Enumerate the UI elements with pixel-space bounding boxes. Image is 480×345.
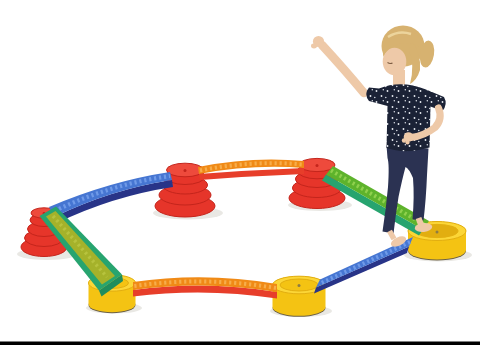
yellow-stepping-stone-bottom-center <box>273 276 326 317</box>
product-photo-canvas <box>0 0 480 345</box>
balance-course-photo <box>0 0 480 345</box>
cone-top-hole <box>184 169 187 172</box>
stone-top-hole <box>298 284 301 287</box>
child-left-ankle <box>390 231 395 239</box>
bottom-frame-bar <box>0 342 480 345</box>
stone-top-hole <box>436 231 439 234</box>
child-face <box>383 48 407 76</box>
child-finger <box>405 140 409 144</box>
cone-top-hole <box>316 164 319 167</box>
child-thumb <box>311 44 317 49</box>
